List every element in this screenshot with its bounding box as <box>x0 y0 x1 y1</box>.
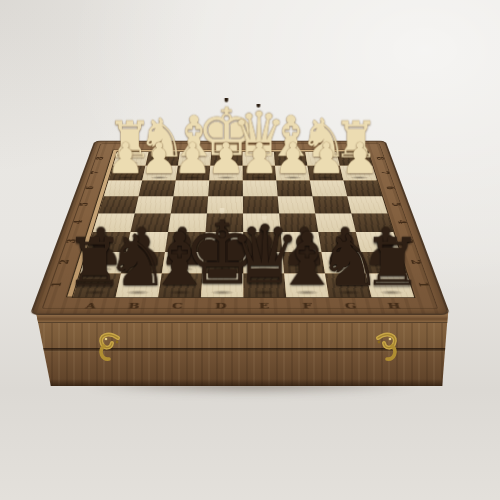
square-c8: ♝ <box>178 152 211 166</box>
light-pawn: ♟ <box>207 137 245 180</box>
square-d3 <box>204 232 243 252</box>
square-b8: ♞ <box>146 152 180 166</box>
square-e7: ♟ <box>243 166 277 181</box>
square-d4 <box>206 213 244 231</box>
square-h6 <box>343 181 382 197</box>
piece-shadow <box>182 161 207 165</box>
square-h7: ♟ <box>340 166 377 181</box>
square-e1: ♛ <box>243 274 286 298</box>
light-knight: ♞ <box>299 111 347 165</box>
square-a7: ♟ <box>109 166 146 181</box>
square-h3 <box>356 232 400 252</box>
piece-shadow <box>206 289 239 296</box>
rank-label-left: 8 <box>82 155 116 162</box>
piece-shadow <box>313 175 340 179</box>
square-g5 <box>312 196 351 213</box>
light-bishop: ♝ <box>266 109 316 165</box>
king-finial <box>220 203 225 214</box>
square-d1: ♚ <box>201 274 244 298</box>
square-g3 <box>318 232 360 252</box>
board-perspective-scene: ♜♞♝♚♛♝♞♜♟♟♟♟♟♟♟♟♟♟♟♟♟♟♟♟♜♞♝♚♛♝♞♜ AABBCCD… <box>0 0 500 440</box>
piece-shadow <box>146 175 173 179</box>
square-d2: ♟ <box>203 252 244 274</box>
photo-scene: ♜♞♝♚♛♝♞♜♟♟♟♟♟♟♟♟♟♟♟♟♟♟♟♟♜♞♝♚♛♝♞♜ AABBCCD… <box>0 0 500 500</box>
piece-shadow <box>368 266 401 272</box>
square-b5 <box>135 196 174 213</box>
square-b4 <box>130 213 170 231</box>
light-pawn: ♟ <box>307 137 345 180</box>
rank-label-left: 5 <box>64 200 102 209</box>
light-pawn: ♟ <box>140 137 178 180</box>
square-a2: ♟ <box>80 252 126 274</box>
piece-shadow <box>78 289 113 296</box>
piece-shadow <box>346 175 373 179</box>
light-pawn: ♟ <box>341 137 379 180</box>
light-rook: ♜ <box>107 115 152 165</box>
file-label-near: B <box>111 301 156 310</box>
board-frame: ♜♞♝♚♛♝♞♜♟♟♟♟♟♟♟♟♟♟♟♟♟♟♟♟♜♞♝♚♛♝♞♜ AABBCCD… <box>30 141 451 315</box>
file-label-far: C <box>180 143 211 147</box>
square-g6 <box>310 181 347 197</box>
light-knight: ♞ <box>138 111 186 165</box>
square-a5 <box>99 196 139 213</box>
file-label-near: H <box>371 301 417 310</box>
square-f5 <box>278 196 316 213</box>
file-label-near: A <box>68 301 114 310</box>
square-f6 <box>276 181 312 197</box>
piece-shadow <box>332 289 366 296</box>
rank-label-right: 8 <box>364 155 398 162</box>
piece-shadow <box>342 161 368 165</box>
square-a6 <box>104 181 142 197</box>
square-a3 <box>87 232 131 252</box>
file-label-far: G <box>303 143 335 147</box>
file-label-near: E <box>242 301 286 310</box>
piece-shadow <box>248 289 281 296</box>
light-rook: ♜ <box>333 115 378 165</box>
square-a1: ♜ <box>73 274 121 298</box>
square-b1: ♞ <box>116 274 162 298</box>
square-c5 <box>171 196 208 213</box>
rank-label-right: 6 <box>372 184 409 192</box>
piece-shadow <box>246 175 272 179</box>
piece-shadow <box>280 175 306 179</box>
file-label-near: G <box>328 301 373 310</box>
piece-shadow <box>246 161 271 165</box>
light-king: ♚ <box>197 98 257 164</box>
light-pawn: ♟ <box>274 137 312 180</box>
square-a4 <box>93 213 135 231</box>
square-e2: ♟ <box>243 252 284 274</box>
rank-label-right: 7 <box>368 169 403 176</box>
square-c6 <box>173 181 209 197</box>
piece-shadow <box>163 289 197 296</box>
square-g1: ♞ <box>325 274 371 298</box>
piece-shadow <box>328 266 361 272</box>
file-label-far: D <box>211 143 242 147</box>
rank-label-right: 5 <box>377 200 415 209</box>
square-f1: ♝ <box>284 274 329 298</box>
file-label-near: C <box>155 301 199 310</box>
square-b2: ♟ <box>121 252 165 274</box>
queen-finial <box>257 99 261 107</box>
square-c2: ♟ <box>162 252 204 274</box>
square-d5 <box>207 196 243 213</box>
rank-label-left: 6 <box>71 184 108 192</box>
piece-shadow <box>149 161 175 165</box>
square-c1: ♝ <box>158 274 202 298</box>
square-e4 <box>243 213 281 231</box>
file-label-far: H <box>334 143 366 147</box>
piece-shadow <box>180 175 206 179</box>
square-h8: ♜ <box>337 152 373 166</box>
piece-shadow <box>207 266 239 272</box>
square-c3 <box>165 232 206 252</box>
file-label-far: F <box>272 143 303 147</box>
square-e6 <box>243 181 278 197</box>
piece-shadow <box>248 266 280 272</box>
square-a8: ♜ <box>113 152 149 166</box>
square-g7: ♟ <box>307 166 343 181</box>
rank-label-left: 7 <box>77 169 112 176</box>
light-pawn: ♟ <box>106 137 144 180</box>
square-e3 <box>243 232 282 252</box>
light-bishop: ♝ <box>169 109 219 165</box>
piece-shadow <box>117 161 143 165</box>
square-b6 <box>139 181 176 197</box>
square-c7: ♟ <box>176 166 211 181</box>
square-f3 <box>281 232 322 252</box>
queen-finial <box>262 210 267 221</box>
square-h1: ♜ <box>366 274 414 298</box>
piece-shadow <box>167 266 199 272</box>
piece-shadow <box>126 266 159 272</box>
chess-board: ♜♞♝♚♛♝♞♜♟♟♟♟♟♟♟♟♟♟♟♟♟♟♟♟♜♞♝♚♛♝♞♜ <box>72 152 416 298</box>
file-label-far: E <box>242 143 273 147</box>
piece-shadow <box>374 289 409 296</box>
piece-shadow <box>85 266 118 272</box>
king-finial <box>225 94 229 102</box>
square-f7: ♟ <box>275 166 310 181</box>
piece-shadow <box>121 289 155 296</box>
light-pawn: ♟ <box>173 137 211 180</box>
square-g8: ♞ <box>305 152 340 166</box>
file-label-far: A <box>118 143 150 147</box>
square-e5 <box>243 196 279 213</box>
piece-shadow <box>213 175 239 179</box>
piece-shadow <box>310 161 336 165</box>
square-h2: ♟ <box>361 252 407 274</box>
square-g4 <box>315 213 356 231</box>
board-inlay-border: ♜♞♝♚♛♝♞♜♟♟♟♟♟♟♟♟♟♟♟♟♟♟♟♟♜♞♝♚♛♝♞♜ <box>66 150 414 298</box>
square-f2: ♟ <box>282 252 325 274</box>
piece-shadow <box>113 175 140 179</box>
square-c4 <box>168 213 207 231</box>
piece-shadow <box>278 161 304 165</box>
light-pawn: ♟ <box>240 137 278 180</box>
light-queen: ♛ <box>231 104 286 165</box>
square-f8: ♝ <box>274 152 308 166</box>
square-d8: ♚ <box>210 152 242 166</box>
square-b7: ♟ <box>142 166 178 181</box>
square-h5 <box>347 196 387 213</box>
square-e8: ♛ <box>243 152 275 166</box>
file-label-near: F <box>285 301 329 310</box>
square-b3 <box>126 232 168 252</box>
piece-shadow <box>290 289 324 296</box>
square-h4 <box>351 213 393 231</box>
file-label-far: B <box>149 143 181 147</box>
square-d7: ♟ <box>209 166 243 181</box>
square-f4 <box>279 213 318 231</box>
piece-shadow <box>214 161 239 165</box>
file-label-near: D <box>199 301 243 310</box>
piece-shadow <box>288 266 320 272</box>
square-d6 <box>208 181 243 197</box>
square-g2: ♟ <box>321 252 365 274</box>
